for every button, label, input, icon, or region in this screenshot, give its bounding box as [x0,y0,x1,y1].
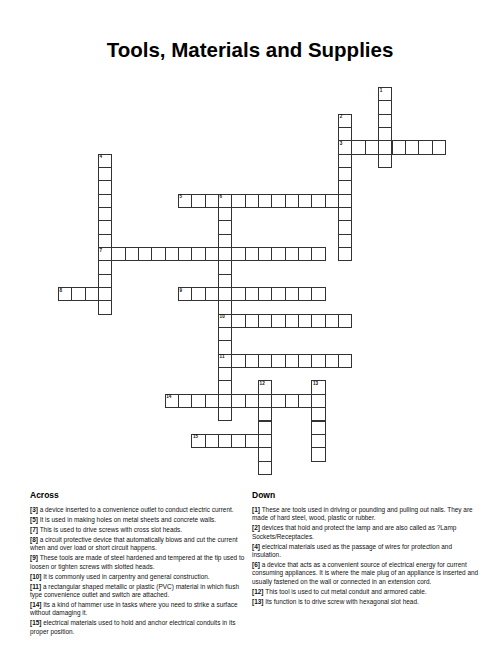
grid-cell[interactable] [298,287,312,301]
cell-number: 11 [220,355,225,360]
grid-cell[interactable] [218,260,232,274]
grid-cell[interactable] [311,314,325,328]
grid-cell[interactable] [231,314,245,328]
across-clues: Across [3] a device inserted to a conven… [30,490,249,638]
across-clue-9: [9] These tools are made of steel harden… [30,554,249,571]
grid-cell[interactable] [285,354,299,368]
grid-cell[interactable] [178,247,192,261]
grid-cell[interactable] [205,247,219,261]
grid-cell[interactable] [191,287,205,301]
grid-cell[interactable] [298,394,312,408]
grid-cell[interactable] [338,314,352,328]
grid-cell[interactable] [418,140,432,154]
grid-cell[interactable] [218,327,232,341]
grid-cell[interactable] [311,287,325,301]
grid-cell[interactable] [285,394,299,408]
across-header: Across [30,490,249,500]
down-clue-1: [1] These are tools used in driving or p… [252,506,479,523]
grid-cell[interactable] [138,247,152,261]
grid-cell[interactable] [258,394,272,408]
grid-cell[interactable] [258,314,272,328]
down-clue-2: [2] devices that hold and protect the la… [252,524,479,541]
grid-cell[interactable] [338,247,352,261]
grid-cell[interactable] [218,340,232,354]
cell-number: 14 [166,395,171,400]
across-clue-3: [3] a device inserted to a convenience o… [30,506,249,514]
grid-cell[interactable] [285,314,299,328]
grid-cell[interactable] [258,354,272,368]
grid-cell[interactable] [191,394,205,408]
grid-cell[interactable] [285,247,299,261]
down-clue-6: [6] a device that acts as a convenient s… [252,561,479,586]
cell-number: 13 [313,382,318,387]
grid-cell[interactable] [258,421,272,435]
grid-cell[interactable] [378,114,392,128]
cell-number: 6 [220,195,223,200]
grid-cell[interactable] [258,194,272,208]
grid-cell[interactable] [98,260,112,274]
grid-cell[interactable] [258,461,272,475]
grid-cell[interactable] [338,127,352,141]
grid-cell[interactable] [218,434,232,448]
grid-cell[interactable] [258,434,272,448]
grid-cell[interactable] [218,287,232,301]
grid-cell[interactable] [392,140,406,154]
grid-cell[interactable] [218,274,232,288]
grid-cell[interactable] [338,167,352,181]
grid-cell[interactable] [231,434,245,448]
grid-cell[interactable] [205,394,219,408]
grid-cell[interactable] [325,314,339,328]
grid-cell[interactable] [338,354,352,368]
grid-cell[interactable] [271,287,285,301]
grid-cell[interactable] [151,247,165,261]
down-clue-list: [1] These are tools used in driving or p… [252,506,479,606]
grid-cell[interactable] [98,234,112,248]
grid-cell[interactable] [271,247,285,261]
across-clue-10: [10] It is commonly used in carpentry an… [30,573,249,581]
grid-cell[interactable] [311,354,325,368]
down-clues: Down [1] These are tools used in driving… [252,490,479,608]
grid-cell[interactable] [218,234,232,248]
grid-cell[interactable] [218,407,232,421]
grid-cell[interactable] [245,247,259,261]
grid-cell[interactable] [231,194,245,208]
across-clue-5: [5] It is used in making holes on metal … [30,516,249,524]
grid-cell[interactable] [205,287,219,301]
across-clue-8: [8] a circuit protective device that aut… [30,536,249,553]
across-clue-7: [7] This is used to drive screws with cr… [30,526,249,534]
grid-cell[interactable] [271,194,285,208]
grid-cell[interactable] [405,140,419,154]
down-clue-4: [4] electrical materials used as the pas… [252,543,479,560]
grid-cell[interactable] [231,394,245,408]
grid-cell[interactable] [245,314,259,328]
grid-cell[interactable] [311,194,325,208]
across-clue-11: [11] a rectangular shaped metallic or pl… [30,583,249,600]
cell-number: 3 [340,142,343,147]
grid-cell[interactable] [245,194,259,208]
grid-cell[interactable] [351,140,365,154]
grid-cell[interactable] [245,354,259,368]
grid-cell[interactable] [378,100,392,114]
grid-cell[interactable] [311,407,325,421]
across-clue-14: [14] Its a kind of hammer use in tasks w… [30,601,249,618]
grid-cell[interactable] [298,314,312,328]
grid-cell[interactable] [218,394,232,408]
grid-cell[interactable] [298,194,312,208]
grid-cell[interactable] [98,180,112,194]
grid-cell[interactable] [271,314,285,328]
grid-cell[interactable] [98,300,112,314]
cell-number: 15 [193,435,198,440]
grid-cell[interactable] [271,394,285,408]
grid-cell[interactable] [98,207,112,221]
grid-cell[interactable] [311,434,325,448]
grid-cell[interactable] [205,194,219,208]
grid-cell[interactable] [218,367,232,381]
across-clue-list: [3] a device inserted to a convenience o… [30,506,249,636]
cell-number: 10 [220,315,225,320]
grid-cell[interactable] [325,354,339,368]
grid-cell[interactable] [298,354,312,368]
grid-cell[interactable] [231,287,245,301]
grid-cell[interactable] [245,394,259,408]
grid-cell[interactable] [245,434,259,448]
grid-cell[interactable] [218,300,232,314]
puzzle-title: Tools, Materials and Supplies [0,38,500,62]
down-header: Down [252,490,479,500]
grid-cell[interactable] [365,140,379,154]
grid-cell[interactable] [311,394,325,408]
grid-cell[interactable] [378,127,392,141]
cell-number: 4 [100,155,103,160]
grid-cell[interactable] [338,194,352,208]
grid-cell[interactable] [191,247,205,261]
down-clue-12: [12] This tool is used to cut metal cond… [252,588,479,596]
cell-number: 8 [60,289,63,294]
grid-cell[interactable] [298,247,312,261]
grid-cell[interactable] [338,180,352,194]
grid-cell[interactable] [258,247,272,261]
grid-cell[interactable] [271,354,285,368]
grid-cell[interactable] [311,247,325,261]
grid-cell[interactable] [98,287,112,301]
grid-cell[interactable] [98,274,112,288]
cell-number: 7 [100,249,103,254]
grid-cell[interactable] [258,447,272,461]
grid-cell[interactable] [218,247,232,261]
grid-cell[interactable] [218,220,232,234]
grid-cell[interactable] [311,421,325,435]
grid-cell[interactable] [378,154,392,168]
grid-cell[interactable] [245,287,259,301]
grid-cell[interactable] [311,447,325,461]
cell-number: 12 [260,382,265,387]
grid-cell[interactable] [98,167,112,181]
cell-number: 5 [180,195,183,200]
grid-cell[interactable] [218,207,232,221]
grid-cell[interactable] [178,394,192,408]
grid-cell[interactable] [258,407,272,421]
grid-cell[interactable] [71,287,85,301]
grid-cell[interactable] [338,220,352,234]
grid-cell[interactable] [205,434,219,448]
grid-cell[interactable] [218,380,232,394]
cell-number: 1 [380,89,383,94]
cell-number: 9 [180,289,183,294]
grid-cell[interactable] [231,354,245,368]
grid-cell[interactable] [191,194,205,208]
crossword-grid: 123456789101112131415 [58,87,445,474]
grid-cell[interactable] [85,287,99,301]
grid-cell[interactable] [165,247,179,261]
grid-cell[interactable] [111,247,125,261]
grid-cell[interactable] [285,287,299,301]
grid-cell[interactable] [338,234,352,248]
grid-cell[interactable] [378,140,392,154]
grid-cell[interactable] [98,220,112,234]
cell-number: 2 [340,115,343,120]
down-clue-13: [13] Its function is to drive screw with… [252,598,479,606]
grid-cell[interactable] [258,287,272,301]
across-clue-15: [15] electrical materials used to hold a… [30,619,249,636]
grid-cell[interactable] [338,207,352,221]
grid-cell[interactable] [338,154,352,168]
grid-cell[interactable] [432,140,446,154]
grid-cell[interactable] [231,247,245,261]
grid-cell[interactable] [285,194,299,208]
grid-cell[interactable] [125,247,139,261]
grid-cell[interactable] [98,194,112,208]
grid-cell[interactable] [325,194,339,208]
